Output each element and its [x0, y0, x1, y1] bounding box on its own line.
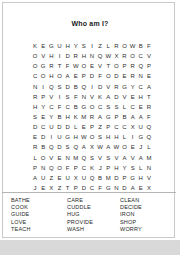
grid-cell: O	[129, 51, 137, 61]
grid-cell: O	[88, 102, 96, 112]
grid-cell: W	[96, 142, 104, 152]
grid-cell: G	[47, 41, 55, 51]
grid-cell: S	[55, 82, 63, 92]
grid-cell: L	[104, 41, 112, 51]
grid-cell: Q	[80, 152, 88, 162]
grid-cell: E	[31, 132, 39, 142]
grid-cell: H	[80, 51, 88, 61]
grid-cell: A	[31, 173, 39, 183]
grid-cell: W	[80, 132, 88, 142]
grid-cell: F	[64, 61, 72, 71]
grid-cell: R	[31, 142, 39, 152]
grid-cell: T	[104, 61, 112, 71]
grid-cell: E	[88, 61, 96, 71]
grid-cell: R	[129, 71, 137, 81]
grid-cell: O	[104, 71, 112, 81]
grid-cell: L	[31, 152, 39, 162]
word-bank-item: IRON	[120, 211, 142, 218]
grid-cell: P	[120, 173, 128, 183]
grid-cell: Q	[137, 61, 145, 71]
grid-cell: A	[104, 142, 112, 152]
grid-cell: C	[80, 163, 88, 173]
grid-cell: H	[72, 132, 80, 142]
grid-cell: S	[64, 142, 72, 152]
grid-cell: X	[129, 122, 137, 132]
grid-cell: Z	[47, 173, 55, 183]
grid-cell: P	[145, 61, 153, 71]
grid-cell: S	[129, 163, 137, 173]
grid-cell: O	[80, 61, 88, 71]
grid-cell: F	[145, 112, 153, 122]
grid-cell: M	[104, 173, 112, 183]
grid-cell: U	[55, 41, 63, 51]
grid-cell: B	[72, 102, 80, 112]
grid-cell: P	[39, 92, 47, 102]
word-bank: BATHECOOKGUIDELOVETEACH CARECUDDLEHUGPRO…	[0, 197, 180, 237]
word-bank-column: BATHECOOKGUIDELOVETEACH	[11, 197, 31, 233]
word-bank-item: COOK	[11, 204, 31, 211]
grid-cell: U	[80, 173, 88, 183]
grid-cell: D	[112, 173, 120, 183]
grid-cell: K	[72, 112, 80, 122]
grid-cell: Q	[72, 142, 80, 152]
grid-cell: V	[47, 152, 55, 162]
grid-cell: Q	[145, 132, 153, 142]
bottom-strip	[0, 240, 180, 255]
grid-cell: A	[145, 82, 153, 92]
grid-cell: J	[96, 163, 104, 173]
grid-cell: Y	[47, 112, 55, 122]
grid-cell: H	[137, 173, 145, 183]
grid-cell: Q	[47, 163, 55, 173]
grid-cell: N	[80, 92, 88, 102]
grid-cell: D	[112, 71, 120, 81]
grid-cell: F	[96, 71, 104, 81]
grid-cell: H	[47, 51, 55, 61]
grid-cell: V	[145, 173, 153, 183]
grid-cell: H	[64, 112, 72, 122]
grid-cell: G	[80, 102, 88, 112]
grid-cell: R	[129, 61, 137, 71]
grid-cell: V	[145, 51, 153, 61]
grid-cell: R	[145, 102, 153, 112]
grid-cell: W	[129, 41, 137, 51]
grid-cell: S	[96, 132, 104, 142]
grid-cell: R	[112, 41, 120, 51]
grid-cell: D	[31, 122, 39, 132]
grid-cell: Y	[72, 41, 80, 51]
grid-cell: A	[80, 142, 88, 152]
grid-cell: D	[64, 82, 72, 92]
grid-cell: D	[112, 92, 120, 102]
grid-cell: V	[47, 92, 55, 102]
grid-cell: O	[120, 41, 128, 51]
grid-cell: C	[96, 102, 104, 112]
grid-cell: Z	[96, 122, 104, 132]
grid-cell: I	[88, 41, 96, 51]
word-bank-column: CARECUDDLEHUGPROVIDEWASH	[67, 197, 93, 233]
word-bank-item: TEACH	[11, 226, 31, 233]
grid-cell: V	[120, 92, 128, 102]
grid-cell: D	[96, 82, 104, 92]
grid-cell: M	[145, 152, 153, 162]
grid-cell: C	[39, 122, 47, 132]
grid-cell: N	[39, 163, 47, 173]
grid-cell: E	[39, 41, 47, 51]
grid-cell: B	[55, 112, 63, 122]
word-bank-item: CLEAN	[120, 197, 142, 204]
grid-cell: P	[88, 122, 96, 132]
grid-cell: Y	[129, 82, 137, 92]
grid-cell: D	[64, 122, 72, 132]
grid-cell: R	[47, 61, 55, 71]
grid-cell: S	[112, 102, 120, 112]
grid-cell: D	[39, 132, 47, 142]
grid-cell: R	[120, 51, 128, 61]
grid-cell: V	[104, 82, 112, 92]
grid-cell: K	[31, 41, 39, 51]
grid-cell: H	[112, 163, 120, 173]
grid-cell: C	[137, 51, 145, 61]
grid-cell: N	[88, 51, 96, 61]
grid-cell: Q	[88, 173, 96, 183]
grid-cell: G	[104, 112, 112, 122]
grid-cell: N	[137, 71, 145, 81]
grid-cell: N	[31, 82, 39, 92]
grid-cell: V	[112, 152, 120, 162]
grid-cell: G	[64, 132, 72, 142]
grid-cell: F	[72, 92, 80, 102]
grid-cell: P	[104, 163, 112, 173]
grid-cell: G	[129, 173, 137, 183]
grid-cell: K	[96, 92, 104, 102]
grid-cell: T	[55, 61, 63, 71]
grid-cell: H	[104, 132, 112, 142]
word-bank-item: WORRY	[120, 226, 142, 233]
grid-cell: U	[137, 122, 145, 132]
grid-cell: S	[64, 92, 72, 102]
word-bank-item: DECIDE	[120, 204, 142, 211]
grid-cell: V	[129, 152, 137, 162]
puzzle-title: Who am I?	[0, 20, 180, 27]
grid-cell: J	[137, 142, 145, 152]
grid-cell: D	[55, 122, 63, 132]
grid-cell: Q	[145, 122, 153, 132]
grid-cell: C	[137, 82, 145, 92]
grid-cell: S	[104, 152, 112, 162]
grid-cell: I	[88, 82, 96, 92]
grid-cell: E	[39, 112, 47, 122]
word-bank-separator-line	[2, 192, 176, 193]
grid-cell: V	[39, 51, 47, 61]
grid-cell: E	[80, 122, 88, 132]
word-bank-item: PROVIDE	[67, 219, 93, 226]
grid-cell: B	[137, 41, 145, 51]
grid-cell: D	[88, 71, 96, 81]
grid-cell: U	[64, 173, 72, 183]
grid-cell: D	[64, 51, 72, 61]
grid-cell: O	[55, 163, 63, 173]
grid-cell: C	[129, 102, 137, 112]
grid-cell: O	[112, 61, 120, 71]
grid-cell: W	[104, 51, 112, 61]
grid-cell: G	[120, 82, 128, 92]
grid-cell: B	[72, 82, 80, 92]
grid-cell: N	[145, 163, 153, 173]
grid-cell: I	[129, 132, 137, 142]
grid-cell: R	[31, 92, 39, 102]
grid-cell: I	[55, 51, 63, 61]
grid-cell: P	[104, 122, 112, 132]
grid-cell: R	[112, 82, 120, 92]
grid-cell: O	[39, 71, 47, 81]
grid-cell: U	[55, 132, 63, 142]
grid-cell: L	[145, 142, 153, 152]
grid-cell: H	[64, 41, 72, 51]
grid-cell: K	[88, 163, 96, 173]
grid-cell: E	[120, 71, 128, 81]
grid-cell: P	[80, 71, 88, 81]
grid-cell: V	[96, 61, 104, 71]
grid-cell: I	[47, 132, 55, 142]
grid-cell: S	[80, 41, 88, 51]
grid-cell: O	[31, 51, 39, 61]
grid-cell: Z	[96, 41, 104, 51]
word-bank-item: SHOP	[120, 219, 142, 226]
grid-cell: A	[120, 152, 128, 162]
grid-cell: E	[145, 71, 153, 81]
grid-cell: L	[137, 163, 145, 173]
word-search-grid: KEGUHYSIZLROWBFOVHIDRHNQWXROCVOGRTFWOEVT…	[31, 41, 153, 193]
grid-cell: A	[137, 112, 145, 122]
grid-cell: A	[129, 112, 137, 122]
grid-cell: A	[137, 152, 145, 162]
grid-cell: X	[72, 173, 80, 183]
grid-cell: H	[137, 92, 145, 102]
grid-cell: E	[129, 142, 137, 152]
grid-cell: S	[31, 112, 39, 122]
grid-cell: O	[55, 71, 63, 81]
grid-cell: W	[112, 142, 120, 152]
grid-cell: B	[39, 142, 47, 152]
grid-cell: V	[88, 92, 96, 102]
grid-cell: O	[88, 132, 96, 142]
word-bank-item: CUDDLE	[67, 204, 93, 211]
grid-cell: H	[47, 71, 55, 81]
grid-cell: W	[72, 61, 80, 71]
grid-cell: H	[112, 132, 120, 142]
grid-cell: A	[104, 92, 112, 102]
grid-cell: E	[55, 152, 63, 162]
grid-cell: E	[137, 102, 145, 112]
grid-cell: Y	[120, 163, 128, 173]
grid-cell: M	[80, 112, 88, 122]
grid-cell: C	[112, 122, 120, 132]
grid-cell: N	[64, 152, 72, 162]
word-bank-item: WASH	[67, 226, 93, 233]
grid-cell: E	[72, 71, 80, 81]
grid-cell: G	[137, 132, 145, 142]
grid-cell: Q	[96, 51, 104, 61]
grid-cell: L	[120, 102, 128, 112]
grid-cell: P	[31, 163, 39, 173]
grid-cell: F	[55, 102, 63, 112]
grid-cell: R	[72, 51, 80, 61]
grid-cell: I	[55, 92, 63, 102]
grid-cell: L	[120, 132, 128, 142]
grid-cell: H	[31, 102, 39, 112]
grid-cell: Q	[47, 82, 55, 92]
grid-cell: Q	[80, 82, 88, 92]
word-bank-column: CLEANDECIDEIRONSHOPWORRY	[120, 197, 142, 233]
grid-cell: Q	[47, 142, 55, 152]
grid-cell: C	[120, 122, 128, 132]
grid-cell: O	[120, 142, 128, 152]
grid-cell: P	[120, 61, 128, 71]
grid-cell: C	[31, 71, 39, 81]
grid-cell: G	[39, 61, 47, 71]
grid-cell: O	[31, 61, 39, 71]
word-bank-item: HUG	[67, 211, 93, 218]
grid-cell: S	[88, 152, 96, 162]
grid-cell: I	[39, 82, 47, 92]
grid-cell: B	[120, 112, 128, 122]
grid-cell: A	[96, 112, 104, 122]
grid-cell: F	[64, 163, 72, 173]
grid-cell: R	[88, 112, 96, 122]
grid-cell: U	[39, 173, 47, 183]
grid-cell: X	[88, 142, 96, 152]
grid-cell: U	[47, 122, 55, 132]
grid-cell: X	[112, 51, 120, 61]
grid-cell: A	[64, 71, 72, 81]
grid-cell: O	[39, 152, 47, 162]
grid-cell: D	[55, 142, 63, 152]
grid-cell: P	[72, 163, 80, 173]
grid-cell: L	[72, 122, 80, 132]
grid-cell: C	[47, 102, 55, 112]
grid-cell: M	[72, 152, 80, 162]
word-bank-item: GUIDE	[11, 211, 31, 218]
grid-cell: S	[104, 102, 112, 112]
grid-cell: E	[129, 92, 137, 102]
word-bank-item: LOVE	[11, 219, 31, 226]
grid-cell: V	[96, 152, 104, 162]
word-bank-item: BATHE	[11, 197, 31, 204]
grid-cell: C	[64, 102, 72, 112]
grid-cell: B	[96, 173, 104, 183]
grid-cell: E	[55, 173, 63, 183]
grid-cell: F	[145, 41, 153, 51]
grid-cell: P	[112, 112, 120, 122]
grid-cell: Y	[39, 102, 47, 112]
grid-cell: T	[145, 92, 153, 102]
word-bank-item: CARE	[67, 197, 93, 204]
